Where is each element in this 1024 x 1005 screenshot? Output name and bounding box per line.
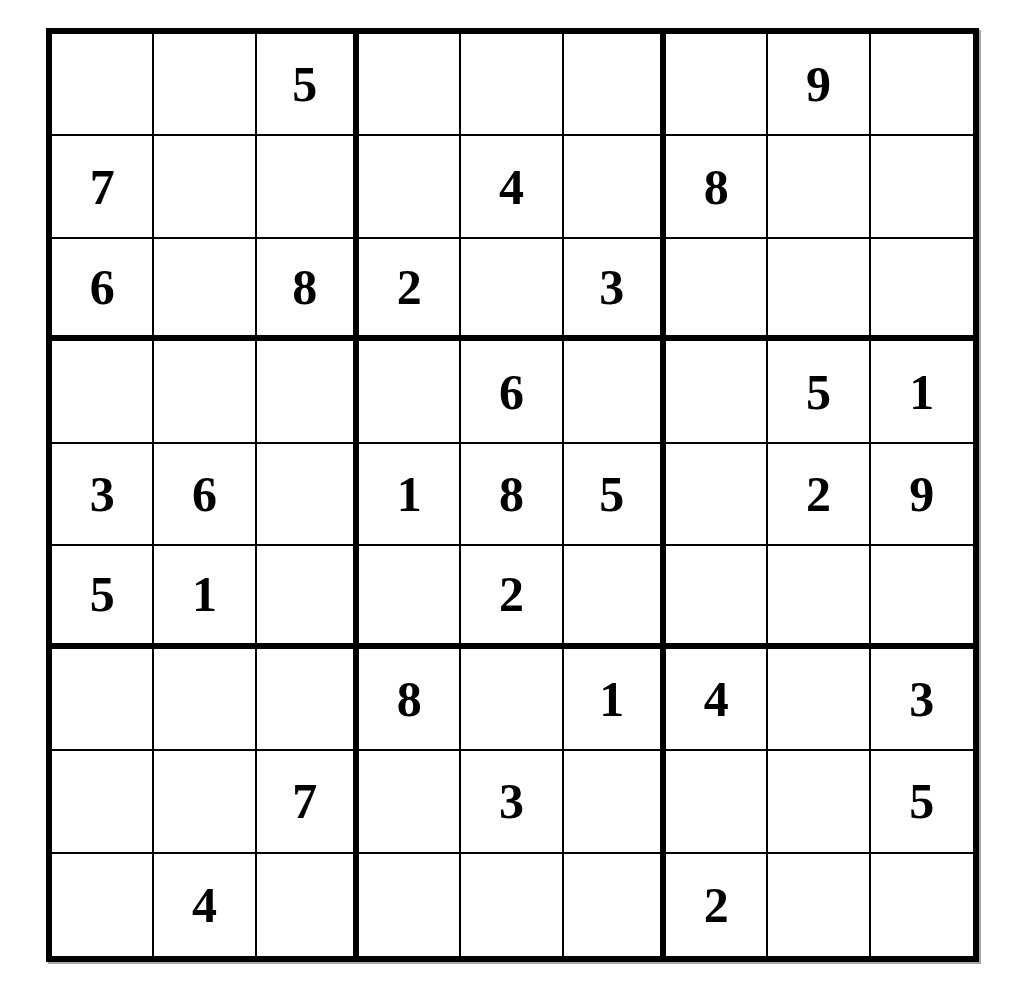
cell-r9c8[interactable] [768,854,870,956]
given-digit: 3 [499,776,524,826]
cell-r3c2[interactable] [154,239,256,341]
cell-r5c6[interactable]: 5 [564,444,666,546]
cell-r9c9[interactable] [871,854,973,956]
cell-r8c5[interactable]: 3 [461,751,563,853]
given-digit: 4 [192,880,217,930]
cell-r5c3[interactable] [257,444,359,546]
given-digit: 2 [397,262,422,312]
cell-r8c8[interactable] [768,751,870,853]
cell-r5c8[interactable]: 2 [768,444,870,546]
given-digit: 8 [397,674,422,724]
cell-r4c4[interactable] [359,341,461,443]
cell-r8c3[interactable]: 7 [257,751,359,853]
cell-r6c5[interactable]: 2 [461,546,563,648]
given-digit: 8 [292,262,317,312]
cell-r3c8[interactable] [768,239,870,341]
cell-r7c9[interactable]: 3 [871,649,973,751]
given-digit: 8 [499,469,524,519]
cell-r7c6[interactable]: 1 [564,649,666,751]
cell-r4c3[interactable] [257,341,359,443]
cell-r9c5[interactable] [461,854,563,956]
cell-r6c8[interactable] [768,546,870,648]
cell-r7c8[interactable] [768,649,870,751]
cell-r8c2[interactable] [154,751,256,853]
given-digit: 3 [90,469,115,519]
given-digit: 6 [90,262,115,312]
cell-r6c9[interactable] [871,546,973,648]
given-digit: 5 [599,469,624,519]
page: 5974868236513618529512814373542 [0,0,1024,1005]
cell-r4c1[interactable] [52,341,154,443]
given-digit: 3 [599,262,624,312]
given-digit: 2 [806,469,831,519]
cell-r9c6[interactable] [564,854,666,956]
cell-r1c5[interactable] [461,34,563,136]
cell-r2c9[interactable] [871,136,973,238]
cell-r8c6[interactable] [564,751,666,853]
cell-r9c3[interactable] [257,854,359,956]
cell-r9c1[interactable] [52,854,154,956]
cell-r7c2[interactable] [154,649,256,751]
cell-r2c4[interactable] [359,136,461,238]
cell-r8c9[interactable]: 5 [871,751,973,853]
cell-r1c9[interactable] [871,34,973,136]
cell-r7c1[interactable] [52,649,154,751]
cell-r7c3[interactable] [257,649,359,751]
cell-r5c1[interactable]: 3 [52,444,154,546]
cell-r3c6[interactable]: 3 [564,239,666,341]
given-digit: 4 [704,674,729,724]
cell-r1c4[interactable] [359,34,461,136]
cell-r7c4[interactable]: 8 [359,649,461,751]
cell-r8c4[interactable] [359,751,461,853]
given-digit: 7 [90,162,115,212]
cell-r5c5[interactable]: 8 [461,444,563,546]
given-digit: 9 [806,59,831,109]
given-digit: 1 [192,569,217,619]
cell-r6c6[interactable] [564,546,666,648]
cell-r5c9[interactable]: 9 [871,444,973,546]
given-digit: 7 [292,776,317,826]
cell-r3c5[interactable] [461,239,563,341]
cell-r1c7[interactable] [666,34,768,136]
cell-r6c1[interactable]: 5 [52,546,154,648]
cell-r4c7[interactable] [666,341,768,443]
cell-r2c2[interactable] [154,136,256,238]
cell-r1c8[interactable]: 9 [768,34,870,136]
given-digit: 6 [499,367,524,417]
cell-r8c7[interactable] [666,751,768,853]
cell-r7c7[interactable]: 4 [666,649,768,751]
cell-r3c3[interactable]: 8 [257,239,359,341]
cell-r4c8[interactable]: 5 [768,341,870,443]
cell-r2c5[interactable]: 4 [461,136,563,238]
cell-r6c3[interactable] [257,546,359,648]
cell-r1c2[interactable] [154,34,256,136]
given-digit: 2 [704,880,729,930]
cell-r9c2[interactable]: 4 [154,854,256,956]
cell-r9c4[interactable] [359,854,461,956]
cell-r2c6[interactable] [564,136,666,238]
given-digit: 4 [499,162,524,212]
cell-r3c1[interactable]: 6 [52,239,154,341]
cell-r2c3[interactable] [257,136,359,238]
cell-r7c5[interactable] [461,649,563,751]
given-digit: 1 [397,469,422,519]
given-digit: 6 [192,469,217,519]
given-digit: 3 [909,674,934,724]
cell-r6c2[interactable]: 1 [154,546,256,648]
cell-r5c4[interactable]: 1 [359,444,461,546]
cell-r4c5[interactable]: 6 [461,341,563,443]
cell-r1c1[interactable] [52,34,154,136]
given-digit: 1 [599,674,624,724]
cell-r5c2[interactable]: 6 [154,444,256,546]
given-digit: 1 [909,367,934,417]
given-digit: 5 [909,776,934,826]
given-digit: 5 [292,59,317,109]
given-digit: 5 [90,569,115,619]
sudoku-board: 5974868236513618529512814373542 [46,28,979,962]
given-digit: 8 [704,162,729,212]
given-digit: 5 [806,367,831,417]
cell-r3c7[interactable] [666,239,768,341]
cell-r3c4[interactable]: 2 [359,239,461,341]
cell-r1c3[interactable]: 5 [257,34,359,136]
cell-r9c7[interactable]: 2 [666,854,768,956]
cell-r6c7[interactable] [666,546,768,648]
cell-r2c1[interactable]: 7 [52,136,154,238]
given-digit: 2 [499,569,524,619]
cell-r1c6[interactable] [564,34,666,136]
cell-r2c7[interactable]: 8 [666,136,768,238]
cell-r6c4[interactable] [359,546,461,648]
cell-r4c6[interactable] [564,341,666,443]
cell-r5c7[interactable] [666,444,768,546]
cell-r2c8[interactable] [768,136,870,238]
cell-r4c9[interactable]: 1 [871,341,973,443]
given-digit: 9 [909,469,934,519]
cell-r8c1[interactable] [52,751,154,853]
cell-r3c9[interactable] [871,239,973,341]
cell-r4c2[interactable] [154,341,256,443]
